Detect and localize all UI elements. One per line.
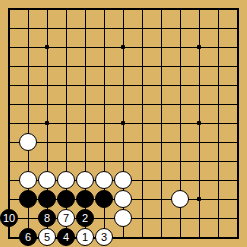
intersection[interactable] — [190, 228, 209, 247]
intersection[interactable] — [76, 76, 95, 95]
intersection[interactable] — [190, 95, 209, 114]
intersection[interactable] — [57, 190, 76, 209]
intersection[interactable] — [152, 190, 171, 209]
intersection[interactable] — [19, 57, 38, 76]
intersection[interactable] — [76, 19, 95, 38]
intersection[interactable] — [133, 76, 152, 95]
intersection[interactable] — [228, 171, 247, 190]
intersection[interactable] — [57, 0, 76, 19]
intersection[interactable] — [133, 190, 152, 209]
intersection[interactable] — [114, 171, 133, 190]
intersection[interactable] — [57, 19, 76, 38]
go-board[interactable]: 1087265413 — [0, 0, 247, 247]
black-stone-move-10: 10 — [0, 209, 18, 227]
intersection[interactable] — [76, 114, 95, 133]
intersection[interactable] — [228, 38, 247, 57]
intersection[interactable] — [228, 114, 247, 133]
intersection[interactable] — [57, 133, 76, 152]
intersection[interactable] — [152, 57, 171, 76]
intersection[interactable] — [114, 76, 133, 95]
white-stone — [38, 171, 56, 189]
intersection[interactable] — [95, 152, 114, 171]
intersection[interactable] — [76, 57, 95, 76]
intersection[interactable] — [171, 57, 190, 76]
intersection[interactable] — [0, 133, 19, 152]
intersection[interactable] — [171, 19, 190, 38]
intersection[interactable] — [190, 114, 209, 133]
intersection[interactable] — [95, 209, 114, 228]
intersection[interactable] — [0, 228, 19, 247]
black-stone — [95, 190, 113, 208]
intersection[interactable] — [209, 76, 228, 95]
intersection[interactable]: 2 — [76, 209, 95, 228]
intersection[interactable] — [171, 133, 190, 152]
intersection[interactable] — [19, 171, 38, 190]
white-stone — [19, 133, 37, 151]
intersection[interactable] — [0, 0, 19, 19]
intersection[interactable] — [38, 114, 57, 133]
intersection[interactable] — [190, 133, 209, 152]
intersection[interactable] — [95, 76, 114, 95]
white-stone — [57, 171, 75, 189]
intersection[interactable] — [209, 171, 228, 190]
intersection[interactable] — [228, 19, 247, 38]
white-stone — [95, 171, 113, 189]
intersection[interactable] — [209, 19, 228, 38]
intersection[interactable] — [171, 76, 190, 95]
intersection[interactable] — [190, 152, 209, 171]
intersection[interactable] — [152, 0, 171, 19]
intersection[interactable] — [0, 57, 19, 76]
intersection[interactable]: 10 — [0, 209, 19, 228]
intersection[interactable] — [152, 95, 171, 114]
black-stone — [19, 190, 37, 208]
intersection[interactable]: 8 — [38, 209, 57, 228]
black-stone-move-8: 8 — [38, 209, 56, 227]
intersection[interactable] — [171, 114, 190, 133]
intersection[interactable] — [38, 171, 57, 190]
intersection[interactable] — [209, 190, 228, 209]
intersection[interactable]: 4 — [57, 228, 76, 247]
intersection[interactable] — [190, 38, 209, 57]
intersection[interactable]: 5 — [38, 228, 57, 247]
intersection[interactable] — [76, 38, 95, 57]
intersection[interactable] — [228, 76, 247, 95]
intersection[interactable] — [76, 152, 95, 171]
intersection[interactable] — [152, 76, 171, 95]
black-stone — [38, 190, 56, 208]
intersection[interactable] — [171, 228, 190, 247]
intersection[interactable] — [76, 190, 95, 209]
white-stone — [76, 171, 94, 189]
intersection[interactable] — [209, 0, 228, 19]
intersection[interactable] — [19, 19, 38, 38]
intersection[interactable] — [57, 76, 76, 95]
intersection[interactable] — [152, 171, 171, 190]
intersection[interactable] — [190, 209, 209, 228]
intersection[interactable] — [171, 152, 190, 171]
intersection[interactable] — [209, 57, 228, 76]
intersection[interactable] — [171, 171, 190, 190]
intersection[interactable] — [171, 0, 190, 19]
intersection[interactable] — [95, 133, 114, 152]
black-stone-move-6: 6 — [19, 228, 37, 246]
intersection[interactable] — [133, 57, 152, 76]
intersection[interactable] — [133, 228, 152, 247]
white-stone-move-1: 1 — [76, 228, 94, 246]
intersection[interactable] — [0, 95, 19, 114]
intersection[interactable] — [133, 209, 152, 228]
black-stone-move-2: 2 — [76, 209, 94, 227]
intersection[interactable] — [133, 95, 152, 114]
intersection[interactable] — [190, 0, 209, 19]
intersection[interactable] — [0, 19, 19, 38]
white-stone-move-3: 3 — [95, 228, 113, 246]
intersection[interactable] — [152, 38, 171, 57]
intersection[interactable] — [171, 95, 190, 114]
intersection[interactable] — [57, 95, 76, 114]
intersection[interactable] — [38, 133, 57, 152]
intersection[interactable] — [190, 190, 209, 209]
intersection[interactable] — [76, 171, 95, 190]
intersection[interactable] — [228, 95, 247, 114]
intersection[interactable] — [133, 133, 152, 152]
intersection[interactable] — [19, 133, 38, 152]
intersection[interactable] — [19, 209, 38, 228]
intersection[interactable] — [209, 152, 228, 171]
intersection[interactable] — [228, 152, 247, 171]
intersection[interactable] — [19, 95, 38, 114]
intersection[interactable] — [95, 190, 114, 209]
white-stone — [19, 171, 37, 189]
intersection[interactable] — [38, 190, 57, 209]
intersection[interactable] — [0, 190, 19, 209]
white-stone — [114, 171, 132, 189]
intersection[interactable] — [114, 133, 133, 152]
intersection[interactable] — [57, 38, 76, 57]
intersection[interactable] — [114, 38, 133, 57]
intersection[interactable] — [209, 95, 228, 114]
intersection[interactable] — [95, 57, 114, 76]
intersection[interactable] — [38, 95, 57, 114]
intersection[interactable] — [228, 228, 247, 247]
intersection[interactable] — [114, 190, 133, 209]
intersection[interactable] — [228, 57, 247, 76]
intersection[interactable] — [209, 38, 228, 57]
intersection[interactable] — [133, 114, 152, 133]
intersection[interactable] — [228, 133, 247, 152]
intersection[interactable] — [228, 0, 247, 19]
intersection[interactable] — [209, 114, 228, 133]
intersection[interactable] — [0, 171, 19, 190]
intersection[interactable] — [76, 133, 95, 152]
white-stone — [171, 190, 189, 208]
intersection[interactable] — [190, 19, 209, 38]
intersection[interactable] — [38, 57, 57, 76]
black-stone-move-4: 4 — [57, 228, 75, 246]
intersection[interactable] — [133, 19, 152, 38]
intersection[interactable] — [152, 133, 171, 152]
intersection[interactable] — [114, 114, 133, 133]
intersection[interactable] — [152, 209, 171, 228]
intersection[interactable] — [38, 152, 57, 171]
intersection[interactable] — [76, 0, 95, 19]
intersection[interactable] — [0, 114, 19, 133]
intersection[interactable] — [114, 19, 133, 38]
intersection[interactable] — [38, 76, 57, 95]
intersection[interactable] — [152, 114, 171, 133]
intersection[interactable] — [114, 57, 133, 76]
intersection[interactable] — [19, 0, 38, 19]
intersection[interactable]: 3 — [95, 228, 114, 247]
intersection[interactable]: 7 — [57, 209, 76, 228]
intersection[interactable] — [133, 152, 152, 171]
board-cells: 1087265413 — [0, 0, 247, 247]
intersection[interactable] — [19, 76, 38, 95]
intersection[interactable] — [114, 95, 133, 114]
intersection[interactable] — [95, 0, 114, 19]
white-stone-move-5: 5 — [38, 228, 56, 246]
intersection[interactable] — [114, 0, 133, 19]
intersection[interactable] — [114, 152, 133, 171]
intersection[interactable] — [171, 38, 190, 57]
intersection[interactable] — [209, 133, 228, 152]
intersection[interactable] — [19, 38, 38, 57]
intersection[interactable] — [95, 38, 114, 57]
intersection[interactable] — [95, 95, 114, 114]
intersection[interactable] — [114, 209, 133, 228]
intersection[interactable] — [133, 0, 152, 19]
intersection[interactable] — [19, 152, 38, 171]
intersection[interactable] — [133, 38, 152, 57]
intersection[interactable] — [57, 57, 76, 76]
intersection[interactable] — [190, 171, 209, 190]
intersection[interactable] — [209, 209, 228, 228]
intersection[interactable] — [190, 76, 209, 95]
white-stone — [114, 190, 132, 208]
intersection[interactable] — [171, 190, 190, 209]
intersection[interactable] — [133, 171, 152, 190]
intersection[interactable] — [57, 171, 76, 190]
intersection[interactable] — [95, 114, 114, 133]
intersection[interactable] — [57, 114, 76, 133]
intersection[interactable] — [57, 152, 76, 171]
intersection[interactable] — [228, 209, 247, 228]
intersection[interactable] — [38, 0, 57, 19]
black-stone — [57, 190, 75, 208]
intersection[interactable]: 6 — [19, 228, 38, 247]
intersection[interactable] — [152, 152, 171, 171]
intersection[interactable] — [190, 57, 209, 76]
intersection[interactable] — [0, 38, 19, 57]
intersection[interactable]: 1 — [76, 228, 95, 247]
intersection[interactable] — [19, 190, 38, 209]
intersection[interactable] — [95, 171, 114, 190]
intersection[interactable] — [19, 114, 38, 133]
intersection[interactable] — [209, 228, 228, 247]
intersection[interactable] — [152, 228, 171, 247]
intersection[interactable] — [38, 19, 57, 38]
intersection[interactable] — [76, 95, 95, 114]
intersection[interactable] — [152, 19, 171, 38]
intersection[interactable] — [38, 38, 57, 57]
intersection[interactable] — [0, 152, 19, 171]
intersection[interactable] — [95, 19, 114, 38]
intersection[interactable] — [114, 228, 133, 247]
black-stone — [76, 190, 94, 208]
white-stone-move-7: 7 — [57, 209, 75, 227]
intersection[interactable] — [171, 209, 190, 228]
intersection[interactable] — [228, 190, 247, 209]
white-stone — [114, 209, 132, 227]
intersection[interactable] — [0, 76, 19, 95]
